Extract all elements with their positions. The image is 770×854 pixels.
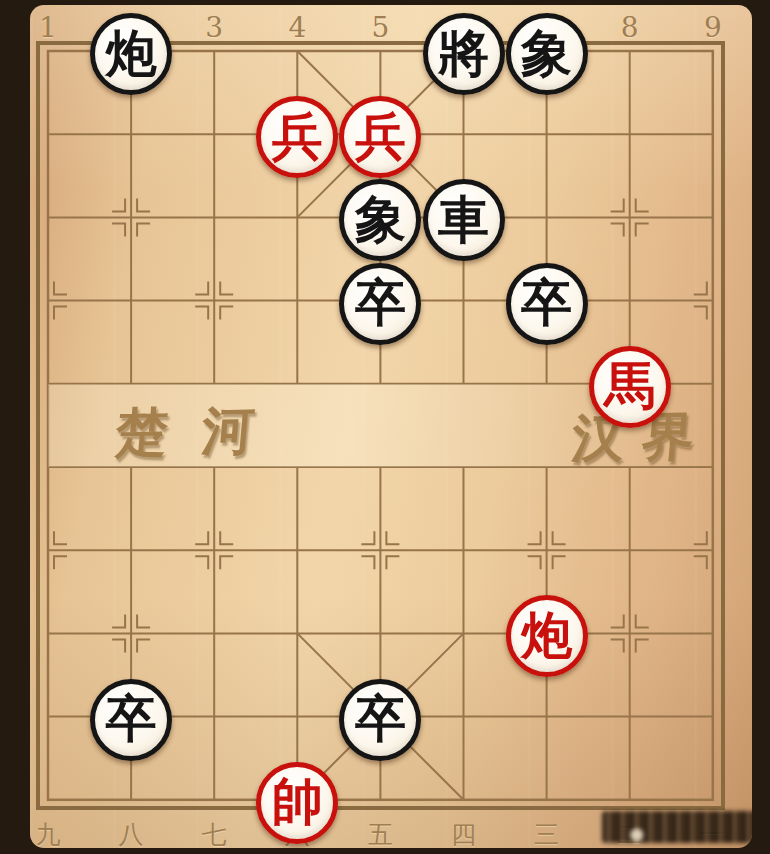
river-label-chu-he: 楚河 [113,396,291,469]
piece-glyph: 兵 [272,111,323,162]
piece-glyph: 象 [355,194,406,245]
piece-black-chariot[interactable]: 車 [423,179,505,261]
file-label-bottom-5: 五 [358,818,402,848]
piece-glyph: 兵 [355,111,406,162]
piece-glyph: 卒 [355,693,406,744]
piece-black-soldier[interactable]: 卒 [90,679,172,761]
piece-glyph: 卒 [355,277,406,328]
file-label-top-1: 1 [30,11,70,44]
piece-glyph: 車 [438,194,489,245]
piece-glyph: 馬 [604,360,655,411]
piece-glyph: 炮 [521,610,572,661]
watermark [602,811,752,843]
file-label-bottom-7: 三 [525,818,569,848]
piece-red-soldier[interactable]: 兵 [256,96,338,178]
piece-glyph: 將 [438,28,489,79]
file-label-bottom-2: 八 [109,818,153,848]
file-label-top-4: 4 [275,11,319,44]
piece-glyph: 象 [521,28,572,79]
piece-glyph: 卒 [521,277,572,328]
piece-red-horse[interactable]: 馬 [589,346,671,428]
piece-glyph: 帥 [272,776,323,827]
piece-black-soldier[interactable]: 卒 [339,263,421,345]
piece-glyph: 卒 [106,693,157,744]
piece-red-soldier[interactable]: 兵 [339,96,421,178]
piece-black-cannon[interactable]: 炮 [90,13,172,95]
file-label-bottom-3: 七 [192,818,236,848]
xiangqi-board: 楚河 汉界 123456789 九八七六五四三二一 炮將象兵兵象車卒卒馬炮卒卒帥 [30,5,752,848]
piece-black-general[interactable]: 將 [423,13,505,95]
piece-black-elephant[interactable]: 象 [506,13,588,95]
piece-black-soldier[interactable]: 卒 [339,679,421,761]
piece-glyph: 炮 [106,28,157,79]
file-label-top-5: 5 [358,11,402,44]
file-label-top-9: 9 [691,11,735,44]
piece-black-soldier[interactable]: 卒 [506,263,588,345]
file-label-top-8: 8 [608,11,652,44]
file-label-bottom-6: 四 [442,818,486,848]
file-label-bottom-1: 九 [30,818,70,848]
piece-red-cannon[interactable]: 炮 [506,595,588,677]
piece-red-general[interactable]: 帥 [256,762,338,844]
file-label-top-3: 3 [192,11,236,44]
